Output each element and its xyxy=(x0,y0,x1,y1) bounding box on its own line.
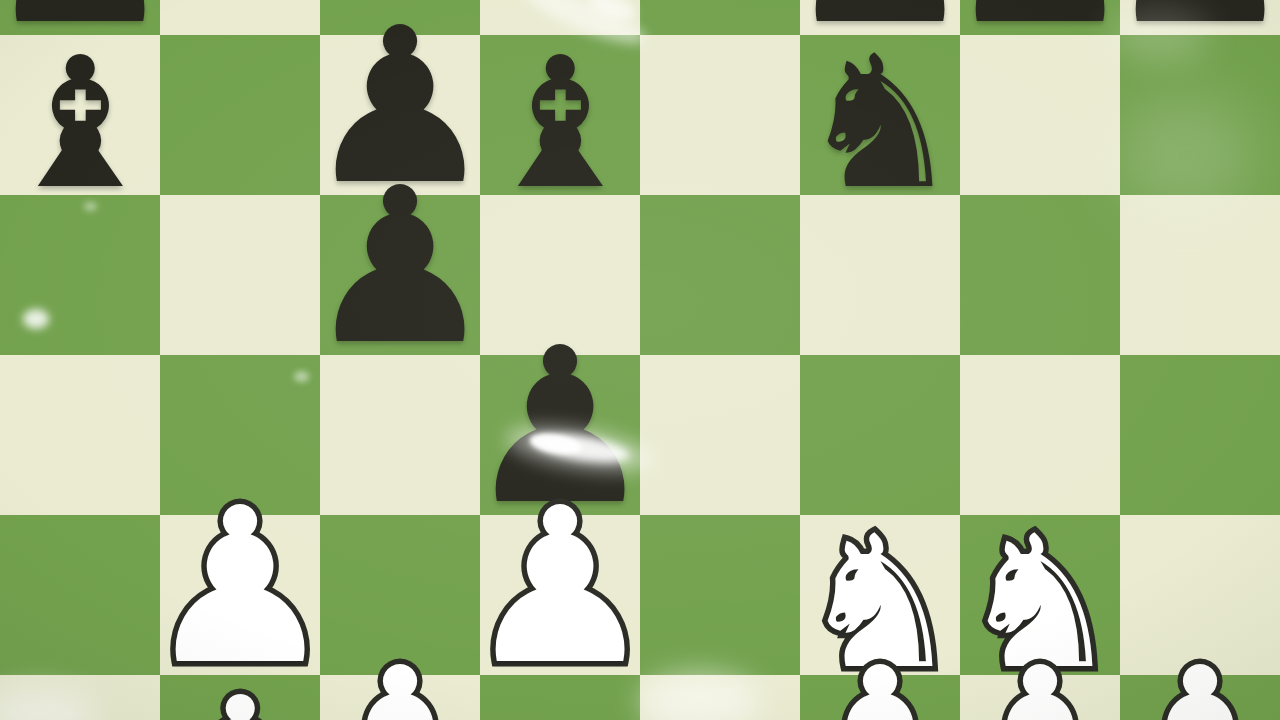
chess-video-frame: ♟♟♟♟♝♟♝♞♟♟♟♟♞♞♝♟♟♟♟ xyxy=(0,0,1280,720)
square-e2[interactable] xyxy=(640,675,800,720)
square-e5[interactable] xyxy=(640,195,800,355)
piece-white-pawn[interactable]: ♟ xyxy=(1104,639,1280,720)
square-h4[interactable] xyxy=(1120,355,1280,515)
piece-white-pawn[interactable]: ♟ xyxy=(304,639,497,720)
square-d2[interactable] xyxy=(480,675,640,720)
square-h6[interactable] xyxy=(1120,35,1280,195)
piece-black-bishop[interactable]: ♝ xyxy=(479,33,641,214)
square-g7[interactable]: ♟ xyxy=(960,0,1120,35)
square-a4[interactable] xyxy=(0,355,160,515)
square-b6[interactable] xyxy=(160,35,320,195)
square-b7[interactable] xyxy=(160,0,320,35)
square-d3[interactable]: ♟ xyxy=(480,515,640,675)
square-c4[interactable] xyxy=(320,355,480,515)
piece-black-knight[interactable]: ♞ xyxy=(798,31,962,214)
square-f4[interactable] xyxy=(800,355,960,515)
square-h5[interactable] xyxy=(1120,195,1280,355)
square-e3[interactable] xyxy=(640,515,800,675)
square-a2[interactable] xyxy=(0,675,160,720)
square-h2[interactable]: ♟ xyxy=(1120,675,1280,720)
square-d6[interactable]: ♝ xyxy=(480,35,640,195)
square-f2[interactable]: ♟ xyxy=(800,675,960,720)
square-a3[interactable] xyxy=(0,515,160,675)
square-b3[interactable]: ♟ xyxy=(160,515,320,675)
square-a6[interactable]: ♝ xyxy=(0,35,160,195)
square-g4[interactable] xyxy=(960,355,1120,515)
square-g6[interactable] xyxy=(960,35,1120,195)
square-c5[interactable]: ♟ xyxy=(320,195,480,355)
square-f6[interactable]: ♞ xyxy=(800,35,960,195)
piece-black-bishop[interactable]: ♝ xyxy=(0,33,161,214)
square-g2[interactable]: ♟ xyxy=(960,675,1120,720)
square-b5[interactable] xyxy=(160,195,320,355)
chess-board[interactable]: ♟♟♟♟♝♟♝♞♟♟♟♟♞♞♝♟♟♟♟ xyxy=(0,0,1280,720)
square-e6[interactable] xyxy=(640,35,800,195)
square-e4[interactable] xyxy=(640,355,800,515)
square-e7[interactable] xyxy=(640,0,800,35)
square-a5[interactable] xyxy=(0,195,160,355)
square-f5[interactable] xyxy=(800,195,960,355)
square-c2[interactable]: ♟ xyxy=(320,675,480,720)
piece-white-bishop[interactable]: ♝ xyxy=(159,673,321,720)
square-h7[interactable]: ♟ xyxy=(1120,0,1280,35)
square-g5[interactable] xyxy=(960,195,1120,355)
square-b2[interactable]: ♝ xyxy=(160,675,320,720)
